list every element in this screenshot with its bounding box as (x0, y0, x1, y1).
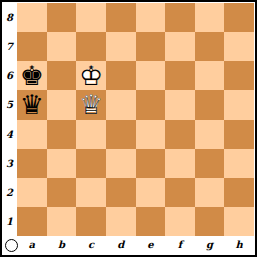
square-e7[interactable] (136, 32, 166, 61)
white-king-piece[interactable]: ♚♔ (76, 61, 106, 90)
square-a5[interactable]: ♛ (17, 90, 47, 119)
square-g2[interactable] (195, 178, 225, 207)
square-h1[interactable] (224, 207, 254, 236)
square-e4[interactable] (136, 120, 166, 149)
square-b4[interactable] (47, 120, 77, 149)
file-label-c: c (76, 236, 106, 253)
square-f1[interactable] (165, 207, 195, 236)
file-label-b: b (47, 236, 77, 253)
square-e1[interactable] (136, 207, 166, 236)
rank-label-3: 3 (2, 149, 17, 178)
black-queen-glyph: ♛ (20, 91, 44, 118)
square-f2[interactable] (165, 178, 195, 207)
square-d7[interactable] (106, 32, 136, 61)
square-g7[interactable] (195, 32, 225, 61)
square-h7[interactable] (224, 32, 254, 61)
square-d6[interactable] (106, 61, 136, 90)
file-label-h: h (224, 236, 254, 253)
square-f5[interactable] (165, 90, 195, 119)
square-h2[interactable] (224, 178, 254, 207)
white-queen-piece[interactable]: ♛♕ (76, 90, 106, 119)
square-b2[interactable] (47, 178, 77, 207)
rank-labels: 87654321 (2, 3, 17, 236)
white-queen-glyph: ♕ (79, 91, 103, 118)
file-label-g: g (195, 236, 225, 253)
rank-label-7: 7 (2, 32, 17, 61)
square-c3[interactable] (76, 149, 106, 178)
square-a8[interactable] (17, 3, 47, 32)
rank-label-5: 5 (2, 90, 17, 119)
file-labels: abcdefgh (17, 236, 254, 253)
square-e6[interactable] (136, 61, 166, 90)
square-h6[interactable] (224, 61, 254, 90)
square-b8[interactable] (47, 3, 77, 32)
square-h8[interactable] (224, 3, 254, 32)
black-king-glyph: ♚ (20, 62, 44, 89)
square-h3[interactable] (224, 149, 254, 178)
square-e3[interactable] (136, 149, 166, 178)
file-label-a: a (17, 236, 47, 253)
rank-label-1: 1 (2, 207, 17, 236)
square-g5[interactable] (195, 90, 225, 119)
square-c8[interactable] (76, 3, 106, 32)
square-g4[interactable] (195, 120, 225, 149)
white-to-move-indicator-icon (5, 239, 18, 252)
square-h5[interactable] (224, 90, 254, 119)
square-g1[interactable] (195, 207, 225, 236)
black-king-piece[interactable]: ♚ (17, 61, 47, 90)
square-c7[interactable] (76, 32, 106, 61)
black-queen-piece[interactable]: ♛ (17, 90, 47, 119)
chess-diagram: ♚♚♔♛♛♕ 87654321 abcdefgh (0, 0, 257, 257)
square-f7[interactable] (165, 32, 195, 61)
square-c1[interactable] (76, 207, 106, 236)
square-a2[interactable] (17, 178, 47, 207)
square-d2[interactable] (106, 178, 136, 207)
square-b3[interactable] (47, 149, 77, 178)
file-label-d: d (106, 236, 136, 253)
square-d4[interactable] (106, 120, 136, 149)
square-b1[interactable] (47, 207, 77, 236)
square-a7[interactable] (17, 32, 47, 61)
square-e2[interactable] (136, 178, 166, 207)
rank-label-6: 6 (2, 61, 17, 90)
rank-label-8: 8 (2, 3, 17, 32)
square-c2[interactable] (76, 178, 106, 207)
square-c4[interactable] (76, 120, 106, 149)
square-g6[interactable] (195, 61, 225, 90)
square-d3[interactable] (106, 149, 136, 178)
square-h4[interactable] (224, 120, 254, 149)
white-king-glyph: ♔ (79, 62, 103, 89)
square-b7[interactable] (47, 32, 77, 61)
rank-label-4: 4 (2, 120, 17, 149)
square-f8[interactable] (165, 3, 195, 32)
square-c5[interactable]: ♛♕ (76, 90, 106, 119)
square-a6[interactable]: ♚ (17, 61, 47, 90)
square-d1[interactable] (106, 207, 136, 236)
square-e8[interactable] (136, 3, 166, 32)
chess-board[interactable]: ♚♚♔♛♛♕ (17, 3, 254, 236)
rank-label-2: 2 (2, 178, 17, 207)
square-f4[interactable] (165, 120, 195, 149)
file-label-e: e (136, 236, 166, 253)
square-b5[interactable] (47, 90, 77, 119)
file-label-f: f (165, 236, 195, 253)
square-a3[interactable] (17, 149, 47, 178)
square-g8[interactable] (195, 3, 225, 32)
square-f3[interactable] (165, 149, 195, 178)
square-d8[interactable] (106, 3, 136, 32)
square-a1[interactable] (17, 207, 47, 236)
square-g3[interactable] (195, 149, 225, 178)
square-e5[interactable] (136, 90, 166, 119)
square-b6[interactable] (47, 61, 77, 90)
square-f6[interactable] (165, 61, 195, 90)
square-c6[interactable]: ♚♔ (76, 61, 106, 90)
square-d5[interactable] (106, 90, 136, 119)
square-a4[interactable] (17, 120, 47, 149)
